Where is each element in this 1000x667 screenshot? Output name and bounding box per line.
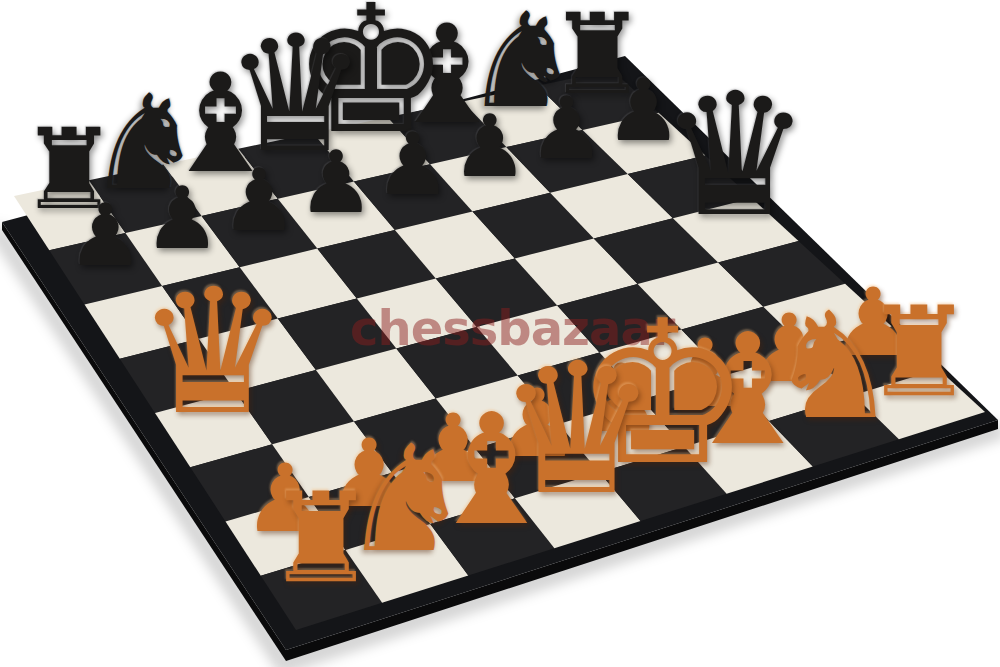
chessboard bbox=[0, 0, 1000, 667]
product-photo-canvas: ♜♞♝♛♚♝♞♜♟♟♟♟♟♟♟♟♛♛♟♟♟♟♟♟♟♟♜♞♝♛♚♝♞♜ chess… bbox=[0, 0, 1000, 667]
